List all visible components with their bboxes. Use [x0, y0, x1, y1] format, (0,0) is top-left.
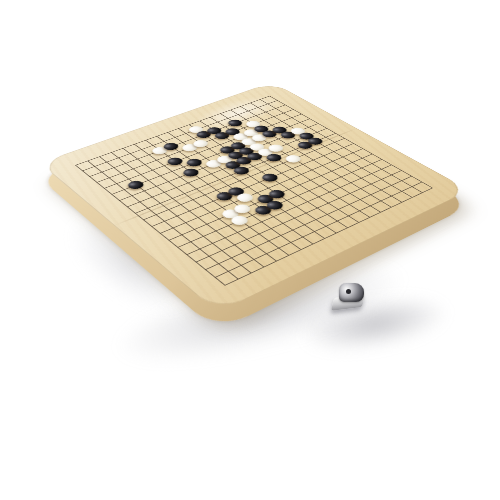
black-stone: [180, 167, 201, 178]
white-stone: [283, 154, 304, 164]
metal-clasp: [330, 283, 370, 315]
clasp-pin: [346, 289, 351, 294]
black-stone: [184, 157, 205, 168]
go-board: [41, 94, 468, 328]
product-photo: [0, 0, 500, 500]
black-stone: [165, 156, 186, 166]
black-stone: [259, 172, 280, 183]
board-surface: [40, 82, 471, 313]
stones-layer: [75, 96, 432, 285]
clasp-latch: [339, 283, 364, 302]
photo-scene: [0, 0, 500, 500]
black-stone: [225, 118, 244, 127]
black-stone: [125, 179, 146, 190]
